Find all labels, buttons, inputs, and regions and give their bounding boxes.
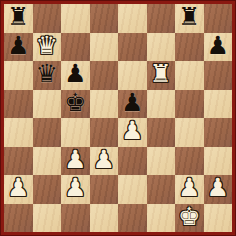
square-d3[interactable]: ♟: [90, 147, 119, 176]
square-g6[interactable]: [175, 61, 204, 90]
square-b5[interactable]: [33, 90, 62, 119]
square-b6[interactable]: ♛: [33, 61, 62, 90]
square-c6[interactable]: ♟: [61, 61, 90, 90]
square-e5[interactable]: ♟: [118, 90, 147, 119]
chess-board: ♜♜♟♛♟♛♟♜♚♟♟♟♟♟♟♟♟♚: [4, 4, 232, 232]
chess-board-frame: ♜♜♟♛♟♛♟♜♚♟♟♟♟♟♟♟♟♚: [0, 0, 236, 236]
square-h4[interactable]: [204, 118, 233, 147]
square-f5[interactable]: [147, 90, 176, 119]
black-pawn: ♟: [207, 33, 229, 60]
square-e7[interactable]: [118, 33, 147, 62]
white-king: ♚: [178, 204, 200, 231]
square-g5[interactable]: [175, 90, 204, 119]
white-pawn: ♟: [178, 175, 200, 202]
square-d5[interactable]: [90, 90, 119, 119]
square-c7[interactable]: [61, 33, 90, 62]
square-c3[interactable]: ♟: [61, 147, 90, 176]
square-d2[interactable]: [90, 175, 119, 204]
square-g4[interactable]: [175, 118, 204, 147]
square-g3[interactable]: [175, 147, 204, 176]
black-pawn: ♟: [7, 33, 29, 60]
square-a5[interactable]: [4, 90, 33, 119]
square-d4[interactable]: [90, 118, 119, 147]
square-d7[interactable]: [90, 33, 119, 62]
black-rook: ♜: [178, 4, 200, 31]
white-pawn: ♟: [121, 118, 143, 145]
white-rook: ♜: [150, 61, 172, 88]
white-queen: ♛: [36, 33, 58, 60]
square-e1[interactable]: [118, 204, 147, 233]
square-a2[interactable]: ♟: [4, 175, 33, 204]
black-king: ♚: [64, 90, 86, 117]
white-pawn: ♟: [64, 175, 86, 202]
square-b1[interactable]: [33, 204, 62, 233]
square-f2[interactable]: [147, 175, 176, 204]
square-a1[interactable]: [4, 204, 33, 233]
square-e4[interactable]: ♟: [118, 118, 147, 147]
square-c5[interactable]: ♚: [61, 90, 90, 119]
square-d8[interactable]: [90, 4, 119, 33]
white-pawn: ♟: [207, 175, 229, 202]
square-f3[interactable]: [147, 147, 176, 176]
square-c1[interactable]: [61, 204, 90, 233]
square-h7[interactable]: ♟: [204, 33, 233, 62]
square-g2[interactable]: ♟: [175, 175, 204, 204]
black-pawn: ♟: [121, 90, 143, 117]
black-pawn: ♟: [64, 61, 86, 88]
square-b8[interactable]: [33, 4, 62, 33]
square-a6[interactable]: [4, 61, 33, 90]
square-f8[interactable]: [147, 4, 176, 33]
square-b2[interactable]: [33, 175, 62, 204]
square-f1[interactable]: [147, 204, 176, 233]
square-e3[interactable]: [118, 147, 147, 176]
square-c8[interactable]: [61, 4, 90, 33]
square-h5[interactable]: [204, 90, 233, 119]
square-d6[interactable]: [90, 61, 119, 90]
square-b3[interactable]: [33, 147, 62, 176]
square-e6[interactable]: [118, 61, 147, 90]
square-b4[interactable]: [33, 118, 62, 147]
square-d1[interactable]: [90, 204, 119, 233]
black-rook: ♜: [7, 4, 29, 31]
square-c4[interactable]: [61, 118, 90, 147]
square-a7[interactable]: ♟: [4, 33, 33, 62]
square-c2[interactable]: ♟: [61, 175, 90, 204]
square-a8[interactable]: ♜: [4, 4, 33, 33]
square-a3[interactable]: [4, 147, 33, 176]
white-pawn: ♟: [64, 147, 86, 174]
white-pawn: ♟: [7, 175, 29, 202]
square-h2[interactable]: ♟: [204, 175, 233, 204]
square-e8[interactable]: [118, 4, 147, 33]
square-f4[interactable]: [147, 118, 176, 147]
square-g7[interactable]: [175, 33, 204, 62]
square-e2[interactable]: [118, 175, 147, 204]
square-g1[interactable]: ♚: [175, 204, 204, 233]
square-h6[interactable]: [204, 61, 233, 90]
white-pawn: ♟: [93, 147, 115, 174]
square-h1[interactable]: [204, 204, 233, 233]
square-h3[interactable]: [204, 147, 233, 176]
square-h8[interactable]: [204, 4, 233, 33]
square-g8[interactable]: ♜: [175, 4, 204, 33]
black-queen: ♛: [36, 61, 58, 88]
square-f7[interactable]: [147, 33, 176, 62]
square-a4[interactable]: [4, 118, 33, 147]
square-f6[interactable]: ♜: [147, 61, 176, 90]
square-b7[interactable]: ♛: [33, 33, 62, 62]
